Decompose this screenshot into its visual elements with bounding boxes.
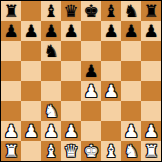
square-b5[interactable] (21, 61, 41, 81)
piece-black-rook[interactable]: ♜ (3, 1, 18, 21)
square-a7[interactable]: ♟ (1, 21, 21, 41)
square-c8[interactable]: ♝ (41, 1, 61, 21)
piece-white-bishop[interactable]: ♝ (43, 141, 58, 161)
square-g2[interactable]: ♟ (121, 121, 141, 141)
piece-white-rook[interactable]: ♜ (3, 141, 18, 161)
piece-black-bishop[interactable]: ♝ (43, 1, 58, 21)
square-b8[interactable] (21, 1, 41, 21)
square-g4[interactable] (121, 81, 141, 101)
square-h3[interactable] (141, 101, 161, 121)
piece-white-knight[interactable]: ♞ (123, 141, 138, 161)
square-c2[interactable]: ♟ (41, 121, 61, 141)
square-h8[interactable]: ♜ (141, 1, 161, 21)
piece-black-pawn[interactable]: ♟ (103, 21, 118, 41)
square-a2[interactable]: ♟ (1, 121, 21, 141)
square-c4[interactable] (41, 81, 61, 101)
square-d1[interactable]: ♛ (61, 141, 81, 161)
square-c6[interactable]: ♞ (41, 41, 61, 61)
square-b7[interactable]: ♟ (21, 21, 41, 41)
square-b3[interactable] (21, 101, 41, 121)
piece-black-pawn[interactable]: ♟ (23, 21, 38, 41)
piece-black-pawn[interactable]: ♟ (123, 21, 138, 41)
square-e2[interactable] (81, 121, 101, 141)
square-c3[interactable]: ♞ (41, 101, 61, 121)
piece-white-queen[interactable]: ♛ (63, 141, 78, 161)
square-f2[interactable] (101, 121, 121, 141)
piece-black-king[interactable]: ♚ (83, 1, 98, 21)
square-d4[interactable] (61, 81, 81, 101)
piece-black-knight[interactable]: ♞ (123, 1, 138, 21)
square-a5[interactable] (1, 61, 21, 81)
chess-board-area: ♜♝♛♚♝♞♜♟♟♟♟♟♟♟♞♟♟♟♞♟♟♟♟♟♟♜♝♛♚♝♞♜ (0, 0, 162, 162)
piece-black-pawn[interactable]: ♟ (3, 21, 18, 41)
piece-black-pawn[interactable]: ♟ (63, 21, 78, 41)
piece-white-king[interactable]: ♚ (83, 141, 98, 161)
square-h2[interactable]: ♟ (141, 121, 161, 141)
piece-black-pawn[interactable]: ♟ (83, 61, 98, 81)
square-f4[interactable]: ♟ (101, 81, 121, 101)
square-d7[interactable]: ♟ (61, 21, 81, 41)
square-g5[interactable] (121, 61, 141, 81)
square-g1[interactable]: ♞ (121, 141, 141, 161)
square-f6[interactable] (101, 41, 121, 61)
piece-black-rook[interactable]: ♜ (143, 1, 158, 21)
square-f3[interactable] (101, 101, 121, 121)
square-a6[interactable] (1, 41, 21, 61)
piece-white-pawn[interactable]: ♟ (143, 121, 158, 141)
square-d2[interactable]: ♟ (61, 121, 81, 141)
square-g8[interactable]: ♞ (121, 1, 141, 21)
piece-white-pawn[interactable]: ♟ (43, 121, 58, 141)
piece-white-pawn[interactable]: ♟ (3, 121, 18, 141)
square-b1[interactable] (21, 141, 41, 161)
square-e3[interactable] (81, 101, 101, 121)
square-a3[interactable] (1, 101, 21, 121)
piece-white-pawn[interactable]: ♟ (23, 121, 38, 141)
piece-black-bishop[interactable]: ♝ (103, 1, 118, 21)
piece-black-queen[interactable]: ♛ (63, 1, 78, 21)
piece-white-knight[interactable]: ♞ (43, 101, 58, 121)
square-b6[interactable] (21, 41, 41, 61)
square-c5[interactable] (41, 61, 61, 81)
chess-board: ♜♝♛♚♝♞♜♟♟♟♟♟♟♟♞♟♟♟♞♟♟♟♟♟♟♜♝♛♚♝♞♜ (0, 0, 162, 162)
square-f5[interactable] (101, 61, 121, 81)
square-d3[interactable] (61, 101, 81, 121)
square-h6[interactable] (141, 41, 161, 61)
square-c7[interactable]: ♟ (41, 21, 61, 41)
piece-white-bishop[interactable]: ♝ (103, 141, 118, 161)
square-g7[interactable]: ♟ (121, 21, 141, 41)
square-h1[interactable]: ♜ (141, 141, 161, 161)
square-b4[interactable] (21, 81, 41, 101)
square-e5[interactable]: ♟ (81, 61, 101, 81)
square-e6[interactable] (81, 41, 101, 61)
square-d6[interactable] (61, 41, 81, 61)
square-f1[interactable]: ♝ (101, 141, 121, 161)
square-d5[interactable] (61, 61, 81, 81)
piece-white-pawn[interactable]: ♟ (123, 121, 138, 141)
square-d8[interactable]: ♛ (61, 1, 81, 21)
square-e4[interactable]: ♟ (81, 81, 101, 101)
piece-black-pawn[interactable]: ♟ (43, 21, 58, 41)
piece-white-pawn[interactable]: ♟ (63, 121, 78, 141)
square-e8[interactable]: ♚ (81, 1, 101, 21)
square-a1[interactable]: ♜ (1, 141, 21, 161)
square-g6[interactable] (121, 41, 141, 61)
square-h4[interactable] (141, 81, 161, 101)
square-c1[interactable]: ♝ (41, 141, 61, 161)
square-f8[interactable]: ♝ (101, 1, 121, 21)
square-b2[interactable]: ♟ (21, 121, 41, 141)
square-a4[interactable] (1, 81, 21, 101)
square-e1[interactable]: ♚ (81, 141, 101, 161)
square-h5[interactable] (141, 61, 161, 81)
piece-white-pawn[interactable]: ♟ (103, 81, 118, 101)
piece-black-knight[interactable]: ♞ (43, 41, 58, 61)
piece-white-rook[interactable]: ♜ (143, 141, 158, 161)
square-e7[interactable] (81, 21, 101, 41)
square-f7[interactable]: ♟ (101, 21, 121, 41)
piece-black-pawn[interactable]: ♟ (143, 21, 158, 41)
piece-white-pawn[interactable]: ♟ (83, 81, 98, 101)
square-h7[interactable]: ♟ (141, 21, 161, 41)
square-g3[interactable] (121, 101, 141, 121)
square-a8[interactable]: ♜ (1, 1, 21, 21)
